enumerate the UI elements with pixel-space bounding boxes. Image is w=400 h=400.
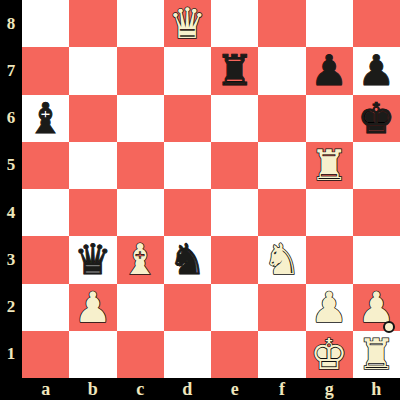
file-label-b: b — [69, 378, 116, 400]
square-g2[interactable]: ♟ — [306, 284, 353, 331]
square-g4[interactable] — [306, 189, 353, 236]
square-h1[interactable]: ♜ — [353, 331, 400, 378]
square-c7[interactable] — [117, 47, 164, 94]
square-f6[interactable] — [258, 95, 305, 142]
square-f4[interactable] — [258, 189, 305, 236]
piece-black-king-h6[interactable]: ♚ — [358, 95, 396, 142]
piece-white-bishop-c3[interactable]: ♝ — [121, 236, 159, 283]
square-d2[interactable] — [164, 284, 211, 331]
square-a5[interactable] — [22, 142, 69, 189]
file-label-h: h — [353, 378, 400, 400]
piece-white-rook-h1[interactable]: ♜ — [358, 331, 396, 378]
square-d7[interactable] — [164, 47, 211, 94]
rank-label-4: 4 — [0, 189, 22, 236]
square-b1[interactable] — [69, 331, 116, 378]
file-label-e: e — [211, 378, 258, 400]
piece-black-pawn-g7[interactable]: ♟ — [310, 47, 348, 94]
square-f8[interactable] — [258, 0, 305, 47]
square-h5[interactable] — [353, 142, 400, 189]
piece-black-rook-e7[interactable]: ♜ — [216, 47, 254, 94]
piece-white-pawn-b2[interactable]: ♟ — [74, 284, 112, 331]
square-c3[interactable]: ♝ — [117, 236, 164, 283]
square-g1[interactable]: ♚ — [306, 331, 353, 378]
rank-label-8: 8 — [0, 0, 22, 47]
square-h8[interactable] — [353, 0, 400, 47]
square-b8[interactable] — [69, 0, 116, 47]
file-label-d: d — [164, 378, 211, 400]
square-g3[interactable] — [306, 236, 353, 283]
square-c5[interactable] — [117, 142, 164, 189]
piece-white-king-g1[interactable]: ♚ — [310, 331, 348, 378]
rank-label-5: 5 — [0, 142, 22, 189]
square-a3[interactable] — [22, 236, 69, 283]
square-b5[interactable] — [69, 142, 116, 189]
square-d1[interactable] — [164, 331, 211, 378]
square-h3[interactable] — [353, 236, 400, 283]
square-e1[interactable] — [211, 331, 258, 378]
rank-label-3: 3 — [0, 236, 22, 283]
piece-black-queen-b3[interactable]: ♛ — [74, 236, 112, 283]
square-e2[interactable] — [211, 284, 258, 331]
square-e7[interactable]: ♜ — [211, 47, 258, 94]
square-a6[interactable]: ♝ — [22, 95, 69, 142]
square-f1[interactable] — [258, 331, 305, 378]
square-h6[interactable]: ♚ — [353, 95, 400, 142]
square-b4[interactable] — [69, 189, 116, 236]
piece-white-knight-f3[interactable]: ♞ — [263, 236, 301, 283]
rank-label-1: 1 — [0, 331, 22, 378]
piece-white-rook-g5[interactable]: ♜ — [310, 142, 348, 189]
square-a8[interactable] — [22, 0, 69, 47]
rank-label-7: 7 — [0, 47, 22, 94]
square-f5[interactable] — [258, 142, 305, 189]
square-d3[interactable]: ♞ — [164, 236, 211, 283]
square-d4[interactable] — [164, 189, 211, 236]
square-e3[interactable] — [211, 236, 258, 283]
square-a7[interactable] — [22, 47, 69, 94]
square-e8[interactable] — [211, 0, 258, 47]
square-g7[interactable]: ♟ — [306, 47, 353, 94]
square-c1[interactable] — [117, 331, 164, 378]
file-label-c: c — [117, 378, 164, 400]
square-f7[interactable] — [258, 47, 305, 94]
square-e5[interactable] — [211, 142, 258, 189]
rank-label-6: 6 — [0, 95, 22, 142]
rank-labels-strip: 87654321 — [0, 0, 22, 378]
square-c6[interactable] — [117, 95, 164, 142]
square-d6[interactable] — [164, 95, 211, 142]
square-g5[interactable]: ♜ — [306, 142, 353, 189]
square-c4[interactable] — [117, 189, 164, 236]
move-indicator-circle — [383, 321, 395, 333]
chess-board[interactable]: ♛♜♟♟♝♚♜♛♝♞♞♟♟♟♚♜ — [22, 0, 400, 378]
square-a1[interactable] — [22, 331, 69, 378]
piece-white-queen-d8[interactable]: ♛ — [169, 0, 207, 47]
file-labels-strip: abcdefgh — [22, 378, 400, 400]
square-d5[interactable] — [164, 142, 211, 189]
rank-label-2: 2 — [0, 284, 22, 331]
piece-black-knight-d3[interactable]: ♞ — [169, 236, 207, 283]
square-f2[interactable] — [258, 284, 305, 331]
square-h7[interactable]: ♟ — [353, 47, 400, 94]
square-e6[interactable] — [211, 95, 258, 142]
square-d8[interactable]: ♛ — [164, 0, 211, 47]
piece-black-bishop-a6[interactable]: ♝ — [27, 95, 65, 142]
chess-board-screenshot: 87654321 ♛♜♟♟♝♚♜♛♝♞♞♟♟♟♚♜ abcdefgh — [0, 0, 400, 400]
file-label-f: f — [258, 378, 305, 400]
piece-white-pawn-g2[interactable]: ♟ — [310, 284, 348, 331]
file-label-g: g — [306, 378, 353, 400]
square-a2[interactable] — [22, 284, 69, 331]
square-g6[interactable] — [306, 95, 353, 142]
square-b7[interactable] — [69, 47, 116, 94]
square-g8[interactable] — [306, 0, 353, 47]
square-c2[interactable] — [117, 284, 164, 331]
piece-black-pawn-h7[interactable]: ♟ — [358, 47, 396, 94]
square-h4[interactable] — [353, 189, 400, 236]
square-b3[interactable]: ♛ — [69, 236, 116, 283]
file-label-a: a — [22, 378, 69, 400]
square-a4[interactable] — [22, 189, 69, 236]
square-b6[interactable] — [69, 95, 116, 142]
square-b2[interactable]: ♟ — [69, 284, 116, 331]
square-f3[interactable]: ♞ — [258, 236, 305, 283]
square-e4[interactable] — [211, 189, 258, 236]
square-c8[interactable] — [117, 0, 164, 47]
